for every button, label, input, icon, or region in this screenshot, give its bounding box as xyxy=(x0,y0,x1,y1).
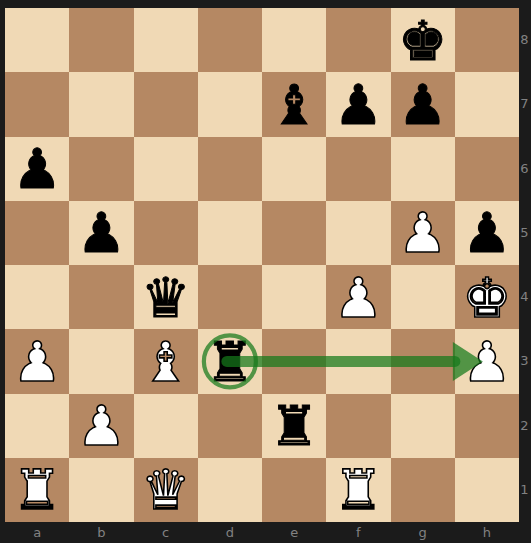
white-pawn-b2[interactable]: ♟ xyxy=(77,399,126,454)
rank-label-5: 5 xyxy=(518,201,531,265)
file-label-h: h xyxy=(455,523,519,543)
square-d6[interactable] xyxy=(198,137,262,201)
square-d1[interactable] xyxy=(198,458,262,522)
square-g3[interactable] xyxy=(391,329,455,393)
square-a2[interactable] xyxy=(5,394,69,458)
square-a3[interactable]: ♟ xyxy=(5,329,69,393)
square-a1[interactable]: ♜ xyxy=(5,458,69,522)
square-h3[interactable]: ♟ xyxy=(455,329,519,393)
black-pawn-g7[interactable]: ♟ xyxy=(398,78,447,133)
white-bishop-c3[interactable]: ♝ xyxy=(141,335,190,390)
black-rook-d3[interactable]: ♜ xyxy=(205,335,254,390)
square-h2[interactable] xyxy=(455,394,519,458)
square-f8[interactable] xyxy=(326,8,390,72)
file-label-c: c xyxy=(134,523,198,543)
file-label-e: e xyxy=(262,523,326,543)
rank-coordinates: 87654321 xyxy=(518,8,531,522)
square-f2[interactable] xyxy=(326,394,390,458)
square-c1[interactable]: ♛ xyxy=(134,458,198,522)
square-d2[interactable] xyxy=(198,394,262,458)
file-label-g: g xyxy=(391,523,455,543)
square-c6[interactable] xyxy=(134,137,198,201)
square-a7[interactable] xyxy=(5,72,69,136)
file-label-b: b xyxy=(69,523,133,543)
square-e7[interactable]: ♝ xyxy=(262,72,326,136)
square-b2[interactable]: ♟ xyxy=(69,394,133,458)
black-king-g8[interactable]: ♚ xyxy=(398,14,447,69)
square-d3[interactable]: ♜ xyxy=(198,329,262,393)
square-g4[interactable] xyxy=(391,265,455,329)
square-c7[interactable] xyxy=(134,72,198,136)
rank-label-2: 2 xyxy=(518,394,531,458)
square-b5[interactable]: ♟ xyxy=(69,201,133,265)
square-f3[interactable] xyxy=(326,329,390,393)
chess-app-stage: ♚♝♟♟♟♟♟♟♛♟♚♟♝♜♟♟♜♜♛♜ 87654321 abcdefgh xyxy=(0,0,531,543)
square-e4[interactable] xyxy=(262,265,326,329)
square-c4[interactable]: ♛ xyxy=(134,265,198,329)
file-label-f: f xyxy=(326,523,390,543)
white-pawn-f4[interactable]: ♟ xyxy=(334,271,383,326)
square-a6[interactable]: ♟ xyxy=(5,137,69,201)
rank-label-3: 3 xyxy=(518,329,531,393)
rank-label-8: 8 xyxy=(518,8,531,72)
black-pawn-h5[interactable]: ♟ xyxy=(462,206,511,261)
square-f1[interactable]: ♜ xyxy=(326,458,390,522)
rank-label-7: 7 xyxy=(518,72,531,136)
square-f7[interactable]: ♟ xyxy=(326,72,390,136)
white-pawn-h3[interactable]: ♟ xyxy=(462,335,511,390)
square-d4[interactable] xyxy=(198,265,262,329)
white-king-h4[interactable]: ♚ xyxy=(462,271,511,326)
square-d7[interactable] xyxy=(198,72,262,136)
square-h6[interactable] xyxy=(455,137,519,201)
square-h1[interactable] xyxy=(455,458,519,522)
square-h7[interactable] xyxy=(455,72,519,136)
square-c5[interactable] xyxy=(134,201,198,265)
white-rook-a1[interactable]: ♜ xyxy=(12,463,61,518)
square-b4[interactable] xyxy=(69,265,133,329)
rank-label-6: 6 xyxy=(518,137,531,201)
black-rook-e2[interactable]: ♜ xyxy=(269,399,318,454)
square-e5[interactable] xyxy=(262,201,326,265)
square-e3[interactable] xyxy=(262,329,326,393)
square-g8[interactable]: ♚ xyxy=(391,8,455,72)
black-bishop-e7[interactable]: ♝ xyxy=(269,78,318,133)
white-rook-f1[interactable]: ♜ xyxy=(334,463,383,518)
square-g1[interactable] xyxy=(391,458,455,522)
square-f4[interactable]: ♟ xyxy=(326,265,390,329)
square-e6[interactable] xyxy=(262,137,326,201)
white-queen-c1[interactable]: ♛ xyxy=(141,463,190,518)
square-b3[interactable] xyxy=(69,329,133,393)
square-h5[interactable]: ♟ xyxy=(455,201,519,265)
square-b8[interactable] xyxy=(69,8,133,72)
black-queen-c4[interactable]: ♛ xyxy=(141,271,190,326)
white-pawn-g5[interactable]: ♟ xyxy=(398,206,447,261)
square-h8[interactable] xyxy=(455,8,519,72)
square-d8[interactable] xyxy=(198,8,262,72)
square-f5[interactable] xyxy=(326,201,390,265)
file-label-a: a xyxy=(5,523,69,543)
chess-board: ♚♝♟♟♟♟♟♟♛♟♚♟♝♜♟♟♜♜♛♜ xyxy=(5,8,519,522)
rank-label-1: 1 xyxy=(518,458,531,522)
square-g2[interactable] xyxy=(391,394,455,458)
file-label-d: d xyxy=(198,523,262,543)
square-c8[interactable] xyxy=(134,8,198,72)
square-e1[interactable] xyxy=(262,458,326,522)
rank-label-4: 4 xyxy=(518,265,531,329)
square-h4[interactable]: ♚ xyxy=(455,265,519,329)
black-pawn-f7[interactable]: ♟ xyxy=(334,78,383,133)
square-g7[interactable]: ♟ xyxy=(391,72,455,136)
square-b6[interactable] xyxy=(69,137,133,201)
square-g6[interactable] xyxy=(391,137,455,201)
square-g5[interactable]: ♟ xyxy=(391,201,455,265)
square-d5[interactable] xyxy=(198,201,262,265)
file-coordinates: abcdefgh xyxy=(5,523,519,543)
black-pawn-b5[interactable]: ♟ xyxy=(77,206,126,261)
square-f6[interactable] xyxy=(326,137,390,201)
square-a5[interactable] xyxy=(5,201,69,265)
square-a8[interactable] xyxy=(5,8,69,72)
square-c3[interactable]: ♝ xyxy=(134,329,198,393)
square-c2[interactable] xyxy=(134,394,198,458)
square-e2[interactable]: ♜ xyxy=(262,394,326,458)
square-a4[interactable] xyxy=(5,265,69,329)
square-e8[interactable] xyxy=(262,8,326,72)
white-pawn-a3[interactable]: ♟ xyxy=(12,335,61,390)
square-b1[interactable] xyxy=(69,458,133,522)
black-pawn-a6[interactable]: ♟ xyxy=(12,142,61,197)
square-b7[interactable] xyxy=(69,72,133,136)
